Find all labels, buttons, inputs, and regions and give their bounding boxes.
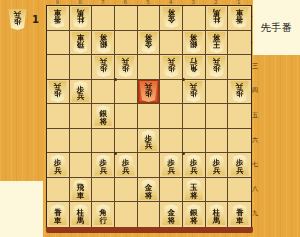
- square-51[interactable]: [138, 6, 161, 31]
- square-64[interactable]: [115, 80, 138, 105]
- square-99[interactable]: 香車: [47, 202, 70, 227]
- piece-kanji: 兵: [122, 57, 130, 65]
- shogi-diagram: 歩 兵 1 987654321 香車桂馬金将桂馬香車飛車銀将金将銀将王将歩兵歩兵…: [0, 0, 300, 237]
- square-89[interactable]: 桂馬: [70, 202, 93, 227]
- square-27[interactable]: 歩兵: [206, 153, 229, 178]
- piece-kanji: 兵: [213, 57, 221, 65]
- square-78[interactable]: [92, 178, 115, 203]
- square-97[interactable]: 歩兵: [47, 153, 70, 178]
- piece-lance-gote: 香車: [230, 7, 249, 28]
- piece-kanji: 将: [99, 118, 107, 126]
- piece-kanji: 桂: [77, 16, 85, 24]
- piece-kanji: 将: [145, 33, 153, 41]
- piece-rook-gote: 飛車: [71, 32, 90, 53]
- piece-pawn-gote: 歩兵: [94, 56, 113, 77]
- piece-kanji: 歩: [190, 90, 198, 98]
- piece-kanji: 角: [190, 65, 198, 73]
- piece-pawn-sente: 歩兵: [94, 155, 113, 176]
- hoshi-dot: [114, 78, 117, 81]
- square-52[interactable]: 金将: [138, 31, 161, 56]
- piece-pawn-gote: 歩兵: [162, 56, 181, 77]
- piece-kanji: 将: [190, 33, 198, 41]
- square-77[interactable]: 歩兵: [92, 153, 115, 178]
- piece-kanji: 行: [99, 217, 107, 225]
- piece-kanji: 兵: [122, 167, 130, 175]
- piece-kanji: 歩: [236, 90, 244, 98]
- piece-kanji: 歩: [54, 90, 62, 98]
- piece-lance-sente: 香車: [230, 204, 249, 225]
- square-84[interactable]: 歩兵: [70, 80, 93, 105]
- square-12[interactable]: [228, 31, 251, 56]
- rank-label: 九: [252, 202, 260, 227]
- piece-pawn-gote: 歩兵: [184, 81, 203, 102]
- square-79[interactable]: 角行: [92, 202, 115, 227]
- turn-indicator-label: 先手番: [261, 21, 293, 35]
- square-92[interactable]: [47, 31, 70, 56]
- piece-gold-sente: 金将: [139, 179, 158, 200]
- square-39[interactable]: 銀将: [183, 202, 206, 227]
- piece-kanji: 兵: [145, 142, 153, 150]
- piece-kanji: 兵: [77, 93, 85, 101]
- piece-kanji: 兵: [54, 167, 62, 175]
- square-58[interactable]: 金将: [138, 178, 161, 203]
- piece-pawn-gote: 歩兵: [207, 56, 226, 77]
- square-11[interactable]: 香車: [228, 6, 251, 31]
- square-34[interactable]: 歩兵: [183, 80, 206, 105]
- square-33[interactable]: 角行: [183, 55, 206, 80]
- piece-kanji: 将: [99, 33, 107, 41]
- square-82[interactable]: 飛車: [70, 31, 93, 56]
- piece-pawn-sente: 歩兵: [207, 155, 226, 176]
- square-41[interactable]: 金将: [160, 6, 183, 31]
- piece-gold-gote: 金将: [139, 32, 158, 53]
- piece-kanji: 香: [54, 16, 62, 24]
- square-94[interactable]: 歩兵: [47, 80, 70, 105]
- piece-kanji: 馬: [213, 8, 221, 16]
- piece-kanji: 兵: [145, 82, 153, 90]
- piece-kanji: 車: [77, 192, 85, 200]
- piece-king-sente: 玉将: [184, 179, 203, 200]
- piece-kanji: 車: [236, 8, 244, 16]
- square-87[interactable]: [70, 153, 93, 178]
- piece-knight-sente: 桂馬: [207, 204, 226, 225]
- square-37[interactable]: 歩兵: [183, 153, 206, 178]
- square-96[interactable]: [47, 129, 70, 154]
- hoshi-dot: [182, 78, 185, 81]
- piece-kanji: 馬: [213, 217, 221, 225]
- piece-lance-gote: 香車: [48, 7, 67, 28]
- square-47[interactable]: 歩兵: [160, 153, 183, 178]
- piece-pawn-sente: 歩兵: [230, 155, 249, 176]
- piece-kanji: 車: [236, 217, 244, 225]
- piece-pawn-sente: 歩兵: [162, 155, 181, 176]
- square-76[interactable]: [92, 129, 115, 154]
- rank-label: 五: [252, 103, 260, 128]
- piece-knight-gote: 桂馬: [71, 7, 90, 28]
- piece-lance-sente: 香車: [48, 204, 67, 225]
- square-15[interactable]: [228, 104, 251, 129]
- square-22[interactable]: 王将: [206, 31, 229, 56]
- square-74[interactable]: [92, 80, 115, 105]
- piece-kanji: 歩: [145, 90, 153, 98]
- piece-kanji: 桂: [213, 16, 221, 24]
- piece-silver-sente: 銀将: [94, 105, 113, 126]
- square-24[interactable]: [206, 80, 229, 105]
- sente-hand-tray: [0, 181, 43, 237]
- square-65[interactable]: [115, 104, 138, 129]
- square-36[interactable]: [183, 129, 206, 154]
- square-14[interactable]: 歩兵: [228, 80, 251, 105]
- square-61[interactable]: [115, 6, 138, 31]
- square-98[interactable]: [47, 178, 70, 203]
- rank-label: 三: [252, 54, 260, 79]
- square-83[interactable]: [70, 55, 93, 80]
- piece-kanji: 車: [54, 217, 62, 225]
- piece-pawn-gote: 歩兵: [116, 56, 135, 77]
- square-91[interactable]: 香車: [47, 6, 70, 31]
- square-42[interactable]: [160, 31, 183, 56]
- rank-label: 六: [252, 128, 260, 153]
- piece-kanji: 兵: [190, 167, 198, 175]
- square-73[interactable]: 歩兵: [92, 55, 115, 80]
- square-35[interactable]: [183, 104, 206, 129]
- square-46[interactable]: [160, 129, 183, 154]
- square-81[interactable]: 桂馬: [70, 6, 93, 31]
- square-28[interactable]: [206, 178, 229, 203]
- gote-hand-count: 1: [32, 14, 39, 25]
- square-18[interactable]: [228, 178, 251, 203]
- piece-kanji: 行: [190, 57, 198, 65]
- piece-knight-gote: 桂馬: [207, 7, 226, 28]
- piece-kanji: 将: [190, 192, 198, 200]
- rank-label: 八: [252, 177, 260, 202]
- piece-pawn-gote: 歩兵: [48, 81, 67, 102]
- square-38[interactable]: 玉将: [183, 178, 206, 203]
- piece-kanji: 車: [54, 8, 62, 16]
- piece-pawn-sente: 歩兵: [71, 81, 90, 102]
- hoshi-dot: [114, 152, 117, 155]
- piece-pawn-sente: 歩兵: [139, 130, 158, 151]
- square-67[interactable]: 歩兵: [115, 153, 138, 178]
- piece-kanji: 兵: [99, 167, 107, 175]
- piece-kanji: 兵: [167, 167, 175, 175]
- square-71[interactable]: [92, 6, 115, 31]
- piece-kanji: 歩: [122, 65, 130, 73]
- square-45[interactable]: [160, 104, 183, 129]
- piece-kanji: 歩: [167, 65, 175, 73]
- square-66[interactable]: [115, 129, 138, 154]
- piece-kanji: 兵: [14, 10, 22, 18]
- piece-bishop-sente: 角行: [94, 204, 113, 225]
- square-44[interactable]: [160, 80, 183, 105]
- square-68[interactable]: [115, 178, 138, 203]
- square-75[interactable]: 銀将: [92, 104, 115, 129]
- piece-kanji: 兵: [236, 167, 244, 175]
- square-19[interactable]: 香車: [228, 202, 251, 227]
- square-62[interactable]: [115, 31, 138, 56]
- piece-kanji: 将: [167, 217, 175, 225]
- piece-bishop-gote: 角行: [184, 56, 203, 77]
- square-31[interactable]: [183, 6, 206, 31]
- square-21[interactable]: 桂馬: [206, 6, 229, 31]
- piece-knight-sente: 桂馬: [71, 204, 90, 225]
- turn-indicator-panel: 先手番: [253, 0, 300, 55]
- square-49[interactable]: 金将: [160, 202, 183, 227]
- piece-kanji: 兵: [190, 82, 198, 90]
- square-13[interactable]: [228, 55, 251, 80]
- square-48[interactable]: [160, 178, 183, 203]
- square-17[interactable]: 歩兵: [228, 153, 251, 178]
- piece-kanji: 車: [77, 33, 85, 41]
- square-43[interactable]: 歩兵: [160, 55, 183, 80]
- piece-kanji: 香: [236, 16, 244, 24]
- piece-gold-sente: 金将: [162, 204, 181, 225]
- piece-kanji: 兵: [99, 57, 107, 65]
- piece-kanji: 金: [167, 16, 175, 24]
- piece-pawn-gote: 歩兵: [139, 81, 158, 102]
- piece-pawn-sente: 歩兵: [116, 155, 135, 176]
- board-front-edge: [46, 227, 253, 233]
- piece-pawn-gote: 歩兵: [230, 81, 249, 102]
- hoshi-dot: [182, 152, 185, 155]
- piece-kanji: 兵: [167, 57, 175, 65]
- piece-kanji: 兵: [54, 82, 62, 90]
- piece-silver-sente: 銀将: [184, 204, 203, 225]
- piece-kanji: 兵: [213, 167, 221, 175]
- square-86[interactable]: [70, 129, 93, 154]
- square-25[interactable]: [206, 104, 229, 129]
- piece-kanji: 馬: [77, 8, 85, 16]
- piece-kanji: 歩: [213, 65, 221, 73]
- piece-silver-gote: 銀将: [94, 32, 113, 53]
- piece-kanji: 歩: [99, 65, 107, 73]
- square-95[interactable]: [47, 104, 70, 129]
- square-69[interactable]: [115, 202, 138, 227]
- piece-king-gote: 王将: [207, 32, 226, 53]
- square-93[interactable]: [47, 55, 70, 80]
- piece-kanji: 兵: [236, 82, 244, 90]
- square-57[interactable]: [138, 153, 161, 178]
- square-23[interactable]: 歩兵: [206, 55, 229, 80]
- square-32[interactable]: 銀将: [183, 31, 206, 56]
- square-29[interactable]: 桂馬: [206, 202, 229, 227]
- square-55[interactable]: [138, 104, 161, 129]
- piece-silver-gote: 銀将: [184, 32, 203, 53]
- piece-kanji: 将: [145, 192, 153, 200]
- piece-pawn-sente: 歩兵: [184, 155, 203, 176]
- square-54[interactable]: 歩兵: [138, 80, 161, 105]
- piece-pawn-sente: 歩兵: [48, 155, 67, 176]
- shogi-board: 香車桂馬金将桂馬香車飛車銀将金将銀将王将歩兵歩兵歩兵角行歩兵歩兵歩兵歩兵歩兵歩兵…: [46, 5, 252, 228]
- piece-kanji: 馬: [77, 217, 85, 225]
- square-85[interactable]: [70, 104, 93, 129]
- rank-label: 七: [252, 152, 260, 177]
- square-72[interactable]: 銀将: [92, 31, 115, 56]
- gote-hand-tray: 歩 兵 1: [8, 5, 46, 33]
- square-63[interactable]: 歩兵: [115, 55, 138, 80]
- square-88[interactable]: 飛車: [70, 178, 93, 203]
- piece-gold-gote: 金将: [162, 7, 181, 28]
- square-56[interactable]: 歩兵: [138, 129, 161, 154]
- piece-rook-sente: 飛車: [71, 179, 90, 200]
- square-53[interactable]: [138, 55, 161, 80]
- gote-hand-piece-pawn[interactable]: 歩 兵: [8, 9, 27, 30]
- square-26[interactable]: [206, 129, 229, 154]
- square-16[interactable]: [228, 129, 251, 154]
- piece-kanji: 将: [190, 217, 198, 225]
- rank-label: 四: [252, 79, 260, 104]
- piece-kanji: 将: [213, 33, 221, 41]
- square-59[interactable]: [138, 202, 161, 227]
- piece-kanji: 将: [167, 8, 175, 16]
